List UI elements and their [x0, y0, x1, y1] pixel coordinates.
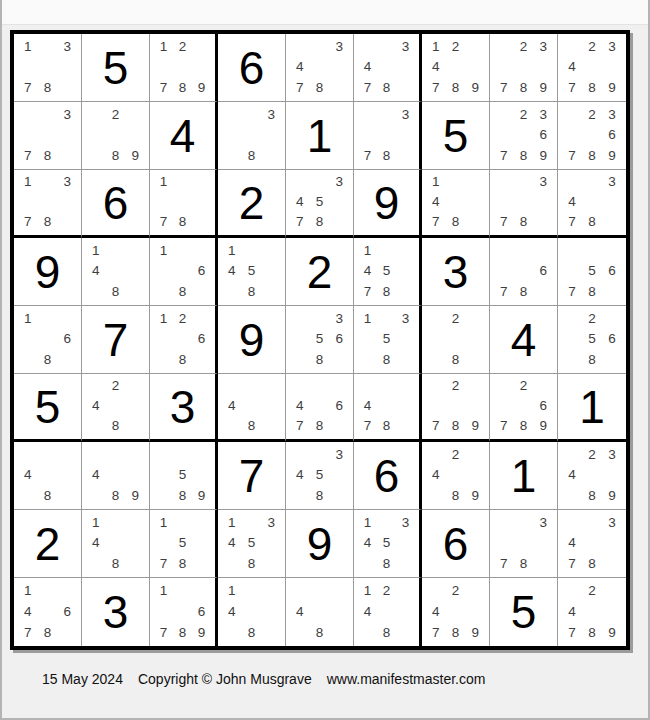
pencil-mark-8: 8: [310, 416, 330, 436]
pencil-mark-7: 7: [494, 553, 514, 574]
pencil-slot-empty: [514, 533, 534, 554]
pencil-slot-empty: [154, 192, 173, 212]
pencil-slot-empty: [465, 396, 485, 416]
pencil-slot-empty: [125, 444, 145, 465]
pencil-slot-empty: [310, 396, 330, 416]
cell-r5c5[interactable]: 3568: [286, 306, 354, 374]
pencil-mark-4: 4: [358, 261, 377, 282]
pencil-slot-empty: [154, 57, 173, 78]
cell-r6c9[interactable]: 1: [558, 374, 626, 442]
pencil-slot-empty: [57, 192, 77, 212]
cell-r4c4[interactable]: 1458: [218, 238, 286, 306]
cell-r6c5[interactable]: 4678: [286, 374, 354, 442]
pencil-marks: 1458: [222, 240, 281, 302]
pencil-mark-5: 5: [582, 329, 602, 350]
pencil-slot-empty: [154, 444, 173, 465]
pencil-slot-empty: [377, 36, 396, 57]
pencil-mark-8: 8: [38, 622, 58, 643]
pencil-mark-4: 4: [86, 465, 106, 486]
cell-r8c4[interactable]: 13458: [218, 510, 286, 578]
pencil-mark-4: 4: [86, 396, 106, 416]
cell-r1c7[interactable]: 124789: [422, 34, 490, 102]
pencil-marks: 3478: [358, 36, 415, 98]
cell-r4c5[interactable]: 2: [286, 238, 354, 306]
cell-r1c3[interactable]: 12789: [150, 34, 218, 102]
pencil-slot-empty: [18, 125, 38, 146]
pencil-mark-8: 8: [377, 77, 396, 98]
cell-r2c7[interactable]: 5: [422, 102, 490, 170]
pencil-slot-empty: [154, 533, 173, 554]
cell-value: 6: [82, 170, 149, 235]
pencil-marks: 289: [86, 104, 145, 166]
pencil-mark-7: 7: [562, 553, 582, 574]
pencil-slot-empty: [106, 533, 126, 554]
cell-r3c4[interactable]: 2: [218, 170, 286, 238]
cell-r6c7[interactable]: 2789: [422, 374, 490, 442]
pencil-mark-7: 7: [358, 145, 377, 166]
pencil-marks: 13458: [222, 512, 281, 574]
cell-r6c6[interactable]: 478: [354, 374, 422, 442]
pencil-mark-8: 8: [173, 622, 192, 643]
pencil-slot-empty: [562, 580, 582, 601]
pencil-marks: 5678: [562, 240, 622, 302]
pencil-mark-1: 1: [426, 172, 446, 192]
pencil-slot-empty: [18, 349, 38, 370]
cell-r5c2[interactable]: 7: [82, 306, 150, 374]
pencil-mark-8: 8: [377, 281, 396, 302]
cell-r4c2[interactable]: 148: [82, 238, 150, 306]
pencil-slot-empty: [533, 533, 553, 554]
cell-r3c1[interactable]: 1378: [14, 170, 82, 238]
pencil-marks: 3478: [562, 512, 622, 574]
cell-r7c2[interactable]: 489: [82, 442, 150, 510]
pencil-mark-8: 8: [514, 212, 534, 232]
cell-r4c1[interactable]: 9: [14, 238, 82, 306]
pencil-mark-2: 2: [446, 308, 466, 329]
pencil-mark-3: 3: [57, 36, 77, 57]
cell-r7c5[interactable]: 3458: [286, 442, 354, 510]
pencil-slot-empty: [377, 240, 396, 261]
pencil-mark-3: 3: [57, 172, 77, 192]
cell-r2c8[interactable]: 236789: [490, 102, 558, 170]
pencil-slot-empty: [494, 125, 514, 146]
pencil-marks: 3458: [290, 444, 349, 506]
pencil-mark-9: 9: [192, 77, 211, 98]
cell-r8c5[interactable]: 9: [286, 510, 354, 578]
cell-r2c3[interactable]: 4: [150, 102, 218, 170]
cell-r1c8[interactable]: 23789: [490, 34, 558, 102]
pencil-mark-2: 2: [106, 104, 126, 125]
cell-r3c6[interactable]: 9: [354, 170, 422, 238]
pencil-mark-6: 6: [602, 125, 622, 146]
pencil-mark-1: 1: [86, 240, 106, 261]
cell-r3c9[interactable]: 3478: [558, 170, 626, 238]
pencil-slot-empty: [358, 36, 377, 57]
pencil-slot-empty: [396, 553, 415, 574]
pencil-mark-8: 8: [582, 485, 602, 506]
pencil-mark-7: 7: [358, 77, 377, 98]
pencil-slot-empty: [602, 281, 622, 302]
pencil-mark-3: 3: [602, 444, 622, 465]
pencil-slot-empty: [582, 533, 602, 554]
pencil-slot-empty: [329, 57, 349, 78]
pencil-slot-empty: [192, 444, 211, 465]
pencil-mark-1: 1: [18, 172, 38, 192]
pencil-mark-7: 7: [290, 77, 310, 98]
pencil-mark-2: 2: [446, 580, 466, 601]
pencil-slot-empty: [192, 57, 211, 78]
cell-r5c4[interactable]: 9: [218, 306, 286, 374]
pencil-slot-empty: [57, 57, 77, 78]
pencil-slot-empty: [261, 622, 281, 643]
pencil-mark-5: 5: [242, 261, 262, 282]
pencil-mark-3: 3: [533, 172, 553, 192]
pencil-slot-empty: [562, 485, 582, 506]
pencil-slot-empty: [514, 57, 534, 78]
pencil-marks: 378: [494, 512, 553, 574]
cell-r8c8[interactable]: 378: [490, 510, 558, 578]
pencil-marks: 1248: [358, 580, 415, 643]
pencil-mark-8: 8: [242, 145, 262, 166]
pencil-slot-empty: [426, 485, 446, 506]
pencil-slot-empty: [329, 212, 349, 232]
cell-r9c3[interactable]: 16789: [150, 578, 218, 646]
pencil-slot-empty: [396, 145, 415, 166]
cell-r4c9[interactable]: 5678: [558, 238, 626, 306]
cell-r7c7[interactable]: 2489: [422, 442, 490, 510]
pencil-mark-8: 8: [242, 416, 262, 436]
pencil-marks: 478: [358, 376, 415, 436]
cell-value: 2: [286, 238, 353, 305]
pencil-slot-empty: [426, 308, 446, 329]
pencil-slot-empty: [533, 553, 553, 574]
cell-r6c2[interactable]: 248: [82, 374, 150, 442]
cell-r7c1[interactable]: 48: [14, 442, 82, 510]
pencil-slot-empty: [465, 57, 485, 78]
pencil-mark-8: 8: [514, 553, 534, 574]
pencil-slot-empty: [192, 533, 211, 554]
cell-r8c3[interactable]: 1578: [150, 510, 218, 578]
pencil-slot-empty: [38, 444, 58, 465]
pencil-slot-empty: [290, 36, 310, 57]
pencil-mark-1: 1: [358, 580, 377, 601]
cell-r9c2[interactable]: 3: [82, 578, 150, 646]
pencil-mark-8: 8: [310, 77, 330, 98]
footer-website: www.manifestmaster.com: [327, 671, 486, 687]
pencil-marks: 248: [86, 376, 145, 436]
pencil-mark-7: 7: [358, 281, 377, 302]
cell-r9c7[interactable]: 24789: [422, 578, 490, 646]
pencil-mark-6: 6: [57, 329, 77, 350]
pencil-slot-empty: [562, 125, 582, 146]
pencil-mark-4: 4: [222, 396, 242, 416]
cell-r4c7[interactable]: 3: [422, 238, 490, 306]
pencil-slot-empty: [310, 580, 330, 601]
pencil-mark-5: 5: [242, 533, 262, 554]
pencil-slot-empty: [261, 376, 281, 396]
cell-r9c6[interactable]: 1248: [354, 578, 422, 646]
pencil-mark-4: 4: [290, 396, 310, 416]
pencil-slot-empty: [290, 376, 310, 396]
cell-r5c1[interactable]: 168: [14, 306, 82, 374]
cell-r7c4[interactable]: 7: [218, 442, 286, 510]
cell-r7c9[interactable]: 23489: [558, 442, 626, 510]
cell-r5c8[interactable]: 4: [490, 306, 558, 374]
pencil-slot-empty: [494, 104, 514, 125]
pencil-slot-empty: [38, 57, 58, 78]
cell-r1c2[interactable]: 5: [82, 34, 150, 102]
pencil-mark-3: 3: [602, 512, 622, 533]
pencil-mark-1: 1: [358, 308, 377, 329]
pencil-mark-9: 9: [192, 485, 211, 506]
pencil-slot-empty: [533, 240, 553, 261]
pencil-marks: 589: [154, 444, 211, 506]
pencil-mark-5: 5: [310, 465, 330, 486]
cell-r1c9[interactable]: 234789: [558, 34, 626, 102]
pencil-mark-5: 5: [377, 533, 396, 554]
pencil-slot-empty: [192, 553, 211, 574]
cell-r5c3[interactable]: 1268: [150, 306, 218, 374]
pencil-slot-empty: [446, 57, 466, 78]
pencil-mark-4: 4: [290, 57, 310, 78]
pencil-slot-empty: [602, 240, 622, 261]
cell-r5c6[interactable]: 1358: [354, 306, 422, 374]
pencil-marks: 124789: [426, 36, 485, 98]
cell-r9c1[interactable]: 14678: [14, 578, 82, 646]
cell-r6c8[interactable]: 26789: [490, 374, 558, 442]
cell-r2c6[interactable]: 378: [354, 102, 422, 170]
pencil-mark-8: 8: [377, 349, 396, 370]
pencil-mark-8: 8: [446, 416, 466, 436]
pencil-slot-empty: [396, 349, 415, 370]
pencil-slot-empty: [86, 104, 106, 125]
pencil-slot-empty: [602, 533, 622, 554]
pencil-marks: 148: [222, 580, 281, 643]
cell-r6c3[interactable]: 3: [150, 374, 218, 442]
pencil-slot-empty: [329, 192, 349, 212]
cell-r3c2[interactable]: 6: [82, 170, 150, 238]
cell-r3c5[interactable]: 34578: [286, 170, 354, 238]
pencil-mark-4: 4: [562, 465, 582, 486]
cell-r8c6[interactable]: 13458: [354, 510, 422, 578]
pencil-mark-2: 2: [582, 36, 602, 57]
pencil-mark-2: 2: [582, 104, 602, 125]
pencil-mark-9: 9: [602, 77, 622, 98]
cell-r5c7[interactable]: 28: [422, 306, 490, 374]
pencil-mark-6: 6: [329, 396, 349, 416]
pencil-mark-1: 1: [154, 36, 173, 57]
pencil-mark-6: 6: [602, 261, 622, 282]
pencil-slot-empty: [533, 212, 553, 232]
cell-r7c3[interactable]: 589: [150, 442, 218, 510]
cell-r8c9[interactable]: 3478: [558, 510, 626, 578]
pencil-slot-empty: [602, 349, 622, 370]
pencil-slot-empty: [261, 261, 281, 282]
cell-r6c4[interactable]: 48: [218, 374, 286, 442]
cell-r2c2[interactable]: 289: [82, 102, 150, 170]
cell-r9c5[interactable]: 48: [286, 578, 354, 646]
pencil-mark-4: 4: [18, 465, 38, 486]
cell-r2c9[interactable]: 236789: [558, 102, 626, 170]
pencil-marks: 14578: [358, 240, 415, 302]
pencil-marks: 13458: [358, 512, 415, 574]
pencil-slot-empty: [261, 580, 281, 601]
pencil-mark-5: 5: [377, 261, 396, 282]
pencil-mark-4: 4: [222, 533, 242, 554]
pencil-mark-4: 4: [18, 601, 38, 622]
page: 1378512789634783478124789237892347893782…: [0, 0, 650, 720]
cell-value: 3: [150, 374, 215, 439]
pencil-mark-3: 3: [329, 308, 349, 329]
pencil-mark-7: 7: [154, 553, 173, 574]
pencil-marks: 16789: [154, 580, 211, 643]
pencil-slot-empty: [222, 622, 242, 643]
pencil-slot-empty: [125, 104, 145, 125]
pencil-slot-empty: [192, 192, 211, 212]
pencil-slot-empty: [465, 444, 485, 465]
pencil-slot-empty: [173, 580, 192, 601]
pencil-slot-empty: [602, 601, 622, 622]
pencil-slot-empty: [57, 349, 77, 370]
cell-r3c8[interactable]: 378: [490, 170, 558, 238]
pencil-mark-4: 4: [426, 601, 446, 622]
cell-r1c1[interactable]: 1378: [14, 34, 82, 102]
cell-r7c8[interactable]: 1: [490, 442, 558, 510]
pencil-slot-empty: [86, 485, 106, 506]
pencil-slot-empty: [242, 104, 262, 125]
pencil-mark-8: 8: [310, 485, 330, 506]
pencil-slot-empty: [329, 580, 349, 601]
cell-r9c4[interactable]: 148: [218, 578, 286, 646]
pencil-slot-empty: [222, 376, 242, 396]
pencil-slot-empty: [173, 444, 192, 465]
pencil-mark-9: 9: [602, 145, 622, 166]
pencil-mark-8: 8: [173, 77, 192, 98]
pencil-slot-empty: [358, 349, 377, 370]
pencil-mark-6: 6: [533, 396, 553, 416]
cell-value: 5: [14, 374, 81, 439]
pencil-slot-empty: [173, 512, 192, 533]
pencil-mark-8: 8: [106, 281, 126, 302]
pencil-slot-empty: [173, 329, 192, 350]
cell-r4c3[interactable]: 168: [150, 238, 218, 306]
pencil-slot-empty: [396, 622, 415, 643]
cell-r3c3[interactable]: 178: [150, 170, 218, 238]
pencil-slot-empty: [18, 192, 38, 212]
pencil-slot-empty: [329, 349, 349, 370]
pencil-mark-8: 8: [582, 281, 602, 302]
cell-r7c6[interactable]: 6: [354, 442, 422, 510]
cell-r4c6[interactable]: 14578: [354, 238, 422, 306]
pencil-mark-8: 8: [173, 553, 192, 574]
pencil-marks: 1378: [18, 172, 77, 232]
pencil-mark-7: 7: [494, 416, 514, 436]
pencil-marks: 1378: [18, 36, 77, 98]
cell-r8c7[interactable]: 6: [422, 510, 490, 578]
cell-r9c9[interactable]: 24789: [558, 578, 626, 646]
pencil-slot-empty: [396, 281, 415, 302]
cell-r1c6[interactable]: 3478: [354, 34, 422, 102]
cell-r8c2[interactable]: 148: [82, 510, 150, 578]
pencil-mark-1: 1: [222, 240, 242, 261]
pencil-slot-empty: [57, 465, 77, 486]
pencil-slot-empty: [125, 125, 145, 146]
pencil-slot-empty: [57, 77, 77, 98]
pencil-mark-2: 2: [173, 36, 192, 57]
pencil-slot-empty: [446, 192, 466, 212]
pencil-marks: 24789: [426, 580, 485, 643]
pencil-slot-empty: [562, 261, 582, 282]
pencil-slot-empty: [582, 601, 602, 622]
pencil-slot-empty: [562, 444, 582, 465]
pencil-marks: 14678: [18, 580, 77, 643]
pencil-slot-empty: [38, 125, 58, 146]
pencil-mark-8: 8: [173, 349, 192, 370]
pencil-mark-4: 4: [86, 533, 106, 554]
pencil-mark-5: 5: [310, 192, 330, 212]
cell-r1c5[interactable]: 3478: [286, 34, 354, 102]
pencil-slot-empty: [242, 125, 262, 146]
pencil-mark-7: 7: [494, 281, 514, 302]
pencil-slot-empty: [396, 601, 415, 622]
cell-r3c7[interactable]: 1478: [422, 170, 490, 238]
cell-r2c1[interactable]: 378: [14, 102, 82, 170]
cell-r8c1[interactable]: 2: [14, 510, 82, 578]
pencil-slot-empty: [562, 329, 582, 350]
cell-value: 6: [422, 510, 489, 577]
cell-r5c9[interactable]: 2568: [558, 306, 626, 374]
pencil-marks: 38: [222, 104, 281, 166]
pencil-slot-empty: [242, 512, 262, 533]
pencil-mark-3: 3: [396, 308, 415, 329]
pencil-slot-empty: [396, 396, 415, 416]
pencil-mark-8: 8: [173, 281, 192, 302]
pencil-slot-empty: [310, 36, 330, 57]
cell-r1c4[interactable]: 6: [218, 34, 286, 102]
pencil-slot-empty: [582, 125, 602, 146]
pencil-mark-7: 7: [154, 77, 173, 98]
pencil-slot-empty: [329, 622, 349, 643]
pencil-slot-empty: [562, 36, 582, 57]
pencil-slot-empty: [192, 240, 211, 261]
pencil-marks: 2489: [426, 444, 485, 506]
pencil-mark-8: 8: [446, 485, 466, 506]
pencil-slot-empty: [290, 172, 310, 192]
cell-r9c8[interactable]: 5: [490, 578, 558, 646]
pencil-slot-empty: [125, 465, 145, 486]
pencil-slot-empty: [173, 57, 192, 78]
cell-r6c1[interactable]: 5: [14, 374, 82, 442]
cell-r2c5[interactable]: 1: [286, 102, 354, 170]
pencil-slot-empty: [290, 308, 310, 329]
pencil-mark-8: 8: [38, 485, 58, 506]
cell-value: 6: [354, 442, 419, 509]
cell-r4c8[interactable]: 678: [490, 238, 558, 306]
pencil-slot-empty: [86, 281, 106, 302]
pencil-slot-empty: [446, 396, 466, 416]
pencil-marks: 1358: [358, 308, 415, 370]
pencil-slot-empty: [222, 125, 242, 146]
pencil-marks: 3478: [562, 172, 622, 232]
pencil-slot-empty: [222, 281, 242, 302]
pencil-slot-empty: [38, 601, 58, 622]
cell-r2c4[interactable]: 38: [218, 102, 286, 170]
pencil-slot-empty: [261, 416, 281, 436]
pencil-marks: 378: [18, 104, 77, 166]
pencil-mark-7: 7: [426, 212, 446, 232]
pencil-slot-empty: [106, 261, 126, 282]
pencil-mark-9: 9: [465, 485, 485, 506]
